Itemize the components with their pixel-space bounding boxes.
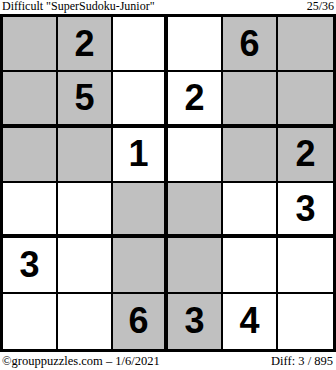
- cell-r1c1[interactable]: [3, 17, 58, 72]
- given-digit: 3: [19, 244, 39, 286]
- footer-difficulty: Diff: 3 / 895: [271, 354, 333, 369]
- cell-r5c4[interactable]: [168, 238, 223, 293]
- given-digit: 5: [74, 77, 94, 119]
- page-title: Difficult "SuperSudoku-Junior": [2, 0, 155, 13]
- cell-r2c5[interactable]: [223, 72, 278, 127]
- cell-r4c1[interactable]: [3, 183, 58, 238]
- cell-r4c4[interactable]: [168, 183, 223, 238]
- puzzle-page: { "game": "SuperSudoku-Junior (6x6 sudok…: [0, 0, 336, 370]
- given-digit: 3: [295, 188, 315, 230]
- cell-r5c1[interactable]: 3: [3, 238, 58, 293]
- cell-r1c2[interactable]: 2: [58, 17, 113, 72]
- given-digit: 2: [184, 77, 204, 119]
- cell-r4c2[interactable]: [58, 183, 113, 238]
- given-digit: 3: [184, 300, 204, 342]
- cell-r6c2[interactable]: [58, 294, 113, 349]
- cell-r1c6[interactable]: [278, 17, 333, 72]
- cell-r3c6[interactable]: 2: [278, 128, 333, 183]
- cell-r4c3[interactable]: [113, 183, 168, 238]
- given-digit: 2: [295, 133, 315, 175]
- clue-counter: 25/36: [307, 0, 334, 13]
- cell-r5c5[interactable]: [223, 238, 278, 293]
- footer-copyright: ©grouppuzzles.com – 1/6/2021: [2, 354, 160, 369]
- header: Difficult "SuperSudoku-Junior" 25/36: [0, 0, 336, 14]
- cell-r4c5[interactable]: [223, 183, 278, 238]
- cell-r6c5[interactable]: 4: [223, 294, 278, 349]
- cell-r3c2[interactable]: [58, 128, 113, 183]
- cell-r6c3[interactable]: 6: [113, 294, 168, 349]
- cell-r5c6[interactable]: [278, 238, 333, 293]
- cell-r2c3[interactable]: [113, 72, 168, 127]
- cell-r1c4[interactable]: [168, 17, 223, 72]
- cell-r2c4[interactable]: 2: [168, 72, 223, 127]
- given-digit: 2: [74, 23, 94, 65]
- cell-r3c4[interactable]: [168, 128, 223, 183]
- cell-r5c2[interactable]: [58, 238, 113, 293]
- cell-r5c3[interactable]: [113, 238, 168, 293]
- cell-r6c4[interactable]: 3: [168, 294, 223, 349]
- footer: ©grouppuzzles.com – 1/6/2021 Diff: 3 / 8…: [0, 352, 336, 370]
- given-digit: 1: [128, 133, 148, 175]
- cell-r2c2[interactable]: 5: [58, 72, 113, 127]
- given-digit: 4: [239, 300, 259, 342]
- cell-r6c6[interactable]: [278, 294, 333, 349]
- cell-r1c5[interactable]: 6: [223, 17, 278, 72]
- given-digit: 6: [239, 23, 259, 65]
- cell-r3c1[interactable]: [3, 128, 58, 183]
- sudoku-board: 26521233634: [0, 14, 336, 352]
- given-digit: 6: [128, 300, 148, 342]
- cell-r6c1[interactable]: [3, 294, 58, 349]
- cell-r3c5[interactable]: [223, 128, 278, 183]
- cell-r2c1[interactable]: [3, 72, 58, 127]
- cell-r2c6[interactable]: [278, 72, 333, 127]
- cell-r1c3[interactable]: [113, 17, 168, 72]
- cell-r3c3[interactable]: 1: [113, 128, 168, 183]
- cell-r4c6[interactable]: 3: [278, 183, 333, 238]
